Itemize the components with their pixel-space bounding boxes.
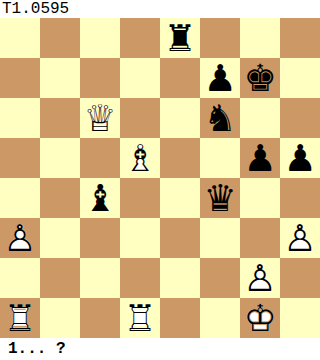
white-queen-fill: ♛ xyxy=(80,98,120,138)
square-g2[interactable]: ♟♙ xyxy=(240,258,280,298)
white-rook-fill: ♜ xyxy=(120,298,160,338)
square-f1[interactable] xyxy=(200,298,240,338)
white-king: ♔ xyxy=(240,298,280,338)
square-d5[interactable]: ♝♗ xyxy=(120,138,160,178)
square-a8[interactable] xyxy=(0,18,40,58)
square-c4[interactable]: ♝ xyxy=(80,178,120,218)
white-queen: ♕ xyxy=(80,98,120,138)
square-f8[interactable] xyxy=(200,18,240,58)
square-a1[interactable]: ♜♖ xyxy=(0,298,40,338)
square-b8[interactable] xyxy=(40,18,80,58)
square-c2[interactable] xyxy=(80,258,120,298)
square-h2[interactable] xyxy=(280,258,320,298)
black-pawn: ♟ xyxy=(280,138,320,178)
square-c1[interactable] xyxy=(80,298,120,338)
square-b1[interactable] xyxy=(40,298,80,338)
square-h4[interactable] xyxy=(280,178,320,218)
square-a5[interactable] xyxy=(0,138,40,178)
square-f7[interactable]: ♟ xyxy=(200,58,240,98)
square-h6[interactable] xyxy=(280,98,320,138)
white-pawn: ♙ xyxy=(280,218,320,258)
square-c7[interactable] xyxy=(80,58,120,98)
square-h5[interactable]: ♟ xyxy=(280,138,320,178)
white-pawn-fill: ♟ xyxy=(0,218,40,258)
square-g1[interactable]: ♚♔ xyxy=(240,298,280,338)
square-d3[interactable] xyxy=(120,218,160,258)
square-b2[interactable] xyxy=(40,258,80,298)
white-bishop-fill: ♝ xyxy=(120,138,160,178)
square-a7[interactable] xyxy=(0,58,40,98)
white-pawn: ♙ xyxy=(0,218,40,258)
square-g3[interactable] xyxy=(240,218,280,258)
square-g4[interactable] xyxy=(240,178,280,218)
square-e7[interactable] xyxy=(160,58,200,98)
white-pawn-fill: ♟ xyxy=(240,258,280,298)
square-b5[interactable] xyxy=(40,138,80,178)
square-f2[interactable] xyxy=(200,258,240,298)
square-d7[interactable] xyxy=(120,58,160,98)
square-c8[interactable] xyxy=(80,18,120,58)
square-e5[interactable] xyxy=(160,138,200,178)
square-e2[interactable] xyxy=(160,258,200,298)
square-h7[interactable] xyxy=(280,58,320,98)
square-c6[interactable]: ♛♕ xyxy=(80,98,120,138)
square-d6[interactable] xyxy=(120,98,160,138)
square-a6[interactable] xyxy=(0,98,40,138)
square-e1[interactable] xyxy=(160,298,200,338)
white-rook: ♖ xyxy=(120,298,160,338)
square-e6[interactable] xyxy=(160,98,200,138)
square-g7[interactable]: ♚ xyxy=(240,58,280,98)
square-b3[interactable] xyxy=(40,218,80,258)
white-bishop: ♗ xyxy=(120,138,160,178)
black-pawn: ♟ xyxy=(240,138,280,178)
square-d8[interactable] xyxy=(120,18,160,58)
black-queen: ♛ xyxy=(200,178,240,218)
square-c5[interactable] xyxy=(80,138,120,178)
black-king: ♚ xyxy=(240,58,280,98)
move-prompt: 1... ? xyxy=(8,339,66,359)
square-b6[interactable] xyxy=(40,98,80,138)
square-f3[interactable] xyxy=(200,218,240,258)
square-e3[interactable] xyxy=(160,218,200,258)
black-pawn: ♟ xyxy=(200,58,240,98)
square-g5[interactable]: ♟ xyxy=(240,138,280,178)
square-g8[interactable] xyxy=(240,18,280,58)
square-c3[interactable] xyxy=(80,218,120,258)
square-h8[interactable] xyxy=(280,18,320,58)
square-d1[interactable]: ♜♖ xyxy=(120,298,160,338)
square-d2[interactable] xyxy=(120,258,160,298)
white-pawn-fill: ♟ xyxy=(280,218,320,258)
white-rook: ♖ xyxy=(0,298,40,338)
black-rook: ♜ xyxy=(160,18,200,58)
black-knight: ♞ xyxy=(200,98,240,138)
square-f5[interactable] xyxy=(200,138,240,178)
white-rook-fill: ♜ xyxy=(0,298,40,338)
puzzle-id: T1.0595 xyxy=(2,1,69,18)
square-f6[interactable]: ♞ xyxy=(200,98,240,138)
square-a3[interactable]: ♟♙ xyxy=(0,218,40,258)
white-pawn: ♙ xyxy=(240,258,280,298)
square-f4[interactable]: ♛ xyxy=(200,178,240,218)
chess-board: ♜♟♚♛♕♞♝♗♟♟♝♛♟♙♟♙♟♙♜♖♜♖♚♔ xyxy=(0,18,320,338)
square-h3[interactable]: ♟♙ xyxy=(280,218,320,258)
square-a4[interactable] xyxy=(0,178,40,218)
square-b4[interactable] xyxy=(40,178,80,218)
square-a2[interactable] xyxy=(0,258,40,298)
square-b7[interactable] xyxy=(40,58,80,98)
square-e4[interactable] xyxy=(160,178,200,218)
square-d4[interactable] xyxy=(120,178,160,218)
square-g6[interactable] xyxy=(240,98,280,138)
white-king-fill: ♚ xyxy=(240,298,280,338)
square-e8[interactable]: ♜ xyxy=(160,18,200,58)
black-bishop: ♝ xyxy=(80,178,120,218)
square-h1[interactable] xyxy=(280,298,320,338)
